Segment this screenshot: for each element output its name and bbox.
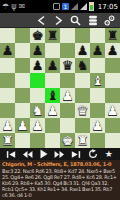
status-bar: ☂ ψ ✉ 1 17:05 bbox=[0, 0, 120, 13]
black-knight: ♞ bbox=[77, 58, 89, 73]
white-bishop: ♝ bbox=[92, 73, 104, 88]
play-icon bbox=[39, 149, 48, 159]
star-button[interactable]: ★ bbox=[102, 149, 115, 160]
square-c4[interactable] bbox=[30, 88, 45, 103]
black-pawn: ♟ bbox=[47, 58, 59, 73]
square-e4[interactable]: ♟ bbox=[60, 88, 75, 103]
square-d7[interactable] bbox=[45, 43, 60, 58]
fast-rewind-icon bbox=[22, 150, 33, 159]
square-e5[interactable] bbox=[60, 73, 75, 88]
square-d3[interactable]: ♟ bbox=[45, 103, 60, 118]
square-g7[interactable]: ♟ bbox=[90, 43, 105, 58]
white-king: ♚ bbox=[62, 133, 74, 148]
square-f6[interactable]: ♞ bbox=[75, 58, 90, 73]
square-a5[interactable] bbox=[0, 73, 15, 88]
square-g3[interactable] bbox=[90, 103, 105, 118]
search-button[interactable] bbox=[70, 14, 81, 27]
square-d5[interactable] bbox=[45, 73, 60, 88]
square-d2[interactable] bbox=[45, 118, 60, 133]
square-h6[interactable] bbox=[105, 58, 120, 73]
settings-gears-icon bbox=[104, 15, 115, 26]
replay-button[interactable] bbox=[86, 149, 99, 160]
chess-board: ♚♜♜♟♟♟♟♟♟♟♛♞♝♝♟♞♟♛♟♟♟♟♟♜♚♜ bbox=[0, 28, 120, 148]
square-c6[interactable]: ♟ bbox=[30, 58, 45, 73]
antenna-icon: ψ bbox=[11, 0, 16, 13]
clock-text: 17:05 bbox=[98, 3, 118, 11]
square-a1[interactable]: ♜ bbox=[0, 133, 15, 148]
no-signal-icon bbox=[71, 3, 78, 10]
square-h8[interactable]: ♜ bbox=[105, 28, 120, 43]
status-left-icons: ☂ ψ ✉ bbox=[2, 0, 25, 13]
square-h4[interactable] bbox=[105, 88, 120, 103]
square-g1[interactable] bbox=[90, 133, 105, 148]
square-b2[interactable]: ♟ bbox=[15, 118, 30, 133]
white-pawn: ♟ bbox=[107, 103, 119, 118]
chevron-right-icon bbox=[54, 15, 63, 26]
square-f2[interactable] bbox=[75, 118, 90, 133]
fast-rewind-button[interactable] bbox=[21, 149, 34, 160]
square-f7[interactable]: ♟ bbox=[75, 43, 90, 58]
search-icon bbox=[70, 15, 81, 26]
database-icon bbox=[88, 15, 98, 26]
square-g5[interactable]: ♝ bbox=[90, 73, 105, 88]
square-c1[interactable] bbox=[30, 133, 45, 148]
square-b1[interactable] bbox=[15, 133, 30, 148]
square-c5[interactable] bbox=[30, 73, 45, 88]
square-b3[interactable] bbox=[15, 103, 30, 118]
database-button[interactable] bbox=[87, 14, 98, 27]
black-pawn: ♟ bbox=[92, 43, 104, 58]
square-a4[interactable] bbox=[0, 88, 15, 103]
square-d8[interactable]: ♜ bbox=[45, 28, 60, 43]
fast-forward-button[interactable] bbox=[53, 149, 66, 160]
playback-bar: ★ bbox=[0, 148, 120, 160]
square-h1[interactable] bbox=[105, 133, 120, 148]
black-rook: ♜ bbox=[107, 28, 119, 43]
square-e3[interactable] bbox=[60, 103, 75, 118]
black-pawn: ♟ bbox=[107, 43, 119, 58]
umbrella-icon: ☂ bbox=[2, 0, 9, 13]
square-d1[interactable] bbox=[45, 133, 60, 148]
black-pawn: ♟ bbox=[77, 43, 89, 58]
white-pawn: ♟ bbox=[2, 118, 14, 133]
chevron-left-icon bbox=[37, 15, 46, 26]
square-d6[interactable]: ♟ bbox=[45, 58, 60, 73]
white-rook: ♜ bbox=[77, 133, 89, 148]
skip-to-end-button[interactable] bbox=[70, 149, 83, 160]
white-queen: ♛ bbox=[77, 103, 89, 118]
square-c8[interactable]: ♚ bbox=[30, 28, 45, 43]
square-h7[interactable]: ♟ bbox=[105, 43, 120, 58]
game-text-panel: Chigorin, M - Schiffers, E, 1878.03.06, … bbox=[0, 160, 120, 200]
next-game-button[interactable] bbox=[53, 14, 64, 27]
game-header: Chigorin, M - Schiffers, E, 1878.03.06, … bbox=[2, 161, 118, 168]
replay-icon bbox=[88, 149, 98, 159]
square-f3[interactable]: ♛ bbox=[75, 103, 90, 118]
settings-gears-button[interactable] bbox=[104, 14, 115, 27]
square-c7[interactable]: ♟ bbox=[30, 43, 45, 58]
square-a3[interactable] bbox=[0, 103, 15, 118]
square-e6[interactable]: ♛ bbox=[60, 58, 75, 73]
square-e7[interactable] bbox=[60, 43, 75, 58]
play-button[interactable] bbox=[37, 149, 50, 160]
skip-to-end-icon bbox=[71, 150, 81, 159]
black-king: ♚ bbox=[32, 28, 44, 43]
square-a8[interactable] bbox=[0, 28, 15, 43]
square-e2[interactable] bbox=[60, 118, 75, 133]
square-a7[interactable]: ♟ bbox=[0, 43, 15, 58]
white-pawn: ♟ bbox=[62, 88, 74, 103]
square-f5[interactable] bbox=[75, 73, 90, 88]
chess-app-window: ☂ ψ ✉ 1 17:05 bbox=[0, 0, 120, 200]
square-e8[interactable] bbox=[60, 28, 75, 43]
square-f1[interactable]: ♜ bbox=[75, 133, 90, 148]
square-b4[interactable] bbox=[15, 88, 30, 103]
status-right-icons: 1 17:05 bbox=[53, 2, 118, 11]
fast-forward-icon bbox=[54, 150, 65, 159]
message-icon: ✉ bbox=[18, 0, 25, 13]
app-toolbar bbox=[0, 13, 120, 28]
move-list[interactable]: Bxc3 22. Nxc6 Rd6 23. Rb8+ Kd7 24. Nxe5+… bbox=[2, 168, 118, 198]
square-h3[interactable]: ♟ bbox=[105, 103, 120, 118]
white-pawn: ♟ bbox=[92, 118, 104, 133]
white-knight: ♞ bbox=[32, 103, 44, 118]
square-f8[interactable] bbox=[75, 28, 90, 43]
black-pawn: ♟ bbox=[2, 43, 14, 58]
square-b7[interactable] bbox=[15, 43, 30, 58]
square-g8[interactable] bbox=[90, 28, 105, 43]
black-pawn: ♟ bbox=[32, 43, 44, 58]
square-g4[interactable] bbox=[90, 88, 105, 103]
black-queen: ♛ bbox=[62, 58, 74, 73]
screenshot-icon bbox=[53, 3, 60, 10]
square-f4[interactable] bbox=[75, 88, 90, 103]
square-c2[interactable]: ♟ bbox=[30, 118, 45, 133]
black-bishop: ♝ bbox=[47, 88, 59, 103]
skip-to-start-button[interactable] bbox=[5, 149, 18, 160]
square-h5[interactable] bbox=[105, 73, 120, 88]
square-g2[interactable]: ♟ bbox=[90, 118, 105, 133]
signal-icon bbox=[80, 3, 87, 10]
white-pawn: ♟ bbox=[17, 118, 29, 133]
black-pawn: ♟ bbox=[32, 58, 44, 73]
battery-icon bbox=[89, 2, 94, 11]
square-g6[interactable] bbox=[90, 58, 105, 73]
square-a2[interactable]: ♟ bbox=[0, 118, 15, 133]
previous-game-button[interactable] bbox=[36, 14, 47, 27]
white-rook: ♜ bbox=[2, 133, 14, 148]
white-pawn: ♟ bbox=[32, 118, 44, 133]
skip-to-start-icon bbox=[6, 150, 16, 159]
square-e1[interactable]: ♚ bbox=[60, 133, 75, 148]
notification-count-badge: 1 bbox=[62, 3, 69, 10]
square-b8[interactable] bbox=[15, 28, 30, 43]
square-h2[interactable] bbox=[105, 118, 120, 133]
square-d4[interactable]: ♝ bbox=[45, 88, 60, 103]
square-c3[interactable]: ♞ bbox=[30, 103, 45, 118]
square-a6[interactable] bbox=[0, 58, 15, 73]
square-b6[interactable] bbox=[15, 58, 30, 73]
white-pawn: ♟ bbox=[47, 103, 59, 118]
square-b5[interactable] bbox=[15, 73, 30, 88]
black-rook: ♜ bbox=[47, 28, 59, 43]
